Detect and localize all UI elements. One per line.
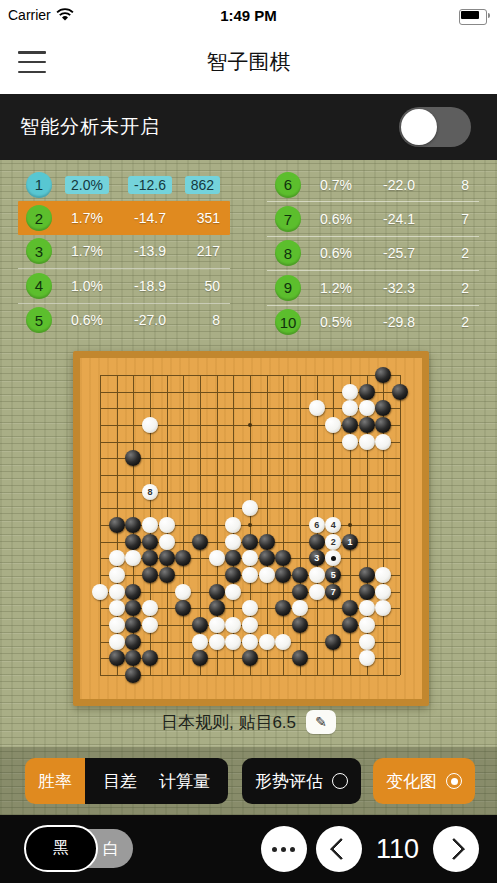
rank-badge: 5 (26, 307, 52, 333)
visits-value: 2 (431, 314, 479, 330)
stone-black (359, 584, 375, 600)
star-point (348, 523, 352, 527)
stone-black (292, 650, 308, 666)
stone-white (225, 534, 241, 550)
stone-white (375, 567, 391, 583)
menu-icon[interactable] (18, 51, 46, 73)
stone-black (309, 534, 325, 550)
visits-value: 217 (182, 243, 230, 259)
tab-win-rate[interactable]: 胜率 (25, 758, 85, 804)
analysis-row[interactable]: 21.7%-14.7351 (18, 201, 230, 234)
game-area: 12.0%-12.686221.7%-14.735131.7%-13.92174… (0, 160, 497, 815)
analysis-row[interactable]: 80.6%-25.72 (267, 236, 479, 270)
rank-badge: 7 (275, 206, 301, 232)
stone-white (242, 634, 258, 650)
winrate-value: 0.6% (305, 245, 367, 261)
stone-white (359, 650, 375, 666)
stone-black (359, 384, 375, 400)
stone-white (375, 600, 391, 616)
stone-white (142, 417, 158, 433)
toggle-knob (401, 109, 437, 145)
rank-badge: 8 (275, 240, 301, 266)
stone-white (342, 434, 358, 450)
bottom-bar: 白 黑 110 (0, 815, 497, 883)
stone-white (109, 567, 125, 583)
analysis-status-label: 智能分析未开启 (20, 114, 160, 140)
stone-white: 6 (309, 517, 325, 533)
stone-white (309, 400, 325, 416)
status-bar: Carrier 1:49 PM (0, 0, 497, 30)
winrate-value: 0.7% (305, 177, 367, 193)
stone-white (259, 634, 275, 650)
stone-white (375, 434, 391, 450)
stone-black (125, 534, 141, 550)
stone-white (342, 400, 358, 416)
stone-white (375, 584, 391, 600)
winrate-value: 0.6% (305, 211, 367, 227)
stone-black (359, 567, 375, 583)
stone-black (325, 634, 341, 650)
stone-white (242, 617, 258, 633)
stone-black (225, 567, 241, 583)
stone-white (242, 550, 258, 566)
stone-white (292, 600, 308, 616)
stone-black (292, 617, 308, 633)
analysis-banner: 智能分析未开启 (0, 94, 497, 160)
stone-white (309, 567, 325, 583)
stone-black (142, 534, 158, 550)
stone-black (259, 534, 275, 550)
stone-black (192, 650, 208, 666)
stone-black (125, 517, 141, 533)
stone-black (159, 567, 175, 583)
visits-value: 2 (431, 280, 479, 296)
stone-white (159, 534, 175, 550)
more-button[interactable] (261, 826, 307, 872)
edit-rules-button[interactable]: ✎ (306, 710, 336, 734)
rank-badge: 2 (26, 205, 52, 231)
rank-badge: 4 (26, 273, 52, 299)
score-value: -18.9 (118, 278, 182, 294)
nav-bar: 智子围棋 (0, 30, 497, 94)
stone-white (359, 434, 375, 450)
stone-black (342, 600, 358, 616)
stone-white (209, 617, 225, 633)
visits-value: 351 (182, 210, 230, 226)
analysis-row[interactable]: 41.0%-18.950 (18, 268, 230, 302)
winrate-value: 2.0% (56, 177, 118, 193)
stone-black (192, 534, 208, 550)
stone-black (359, 417, 375, 433)
stone-black (125, 667, 141, 683)
score-value: -29.8 (367, 314, 431, 330)
stone-black (192, 617, 208, 633)
stone-black (125, 584, 141, 600)
radio-on-icon (446, 773, 462, 789)
stone-white (242, 567, 258, 583)
star-point (248, 523, 252, 527)
stone-black (142, 550, 158, 566)
stone-white: 2 (325, 534, 341, 550)
analysis-row[interactable]: 100.5%-29.82 (267, 305, 479, 339)
stone-white (109, 584, 125, 600)
stone-white (109, 634, 125, 650)
stone-black (342, 417, 358, 433)
stone-black (392, 384, 408, 400)
stone-black (292, 567, 308, 583)
rank-badge: 1 (26, 172, 52, 198)
stone-white (225, 617, 241, 633)
app-window: Carrier 1:49 PM 智子围棋 智能分析未开启 12.0%-12.68… (0, 0, 497, 883)
stone-white (242, 600, 258, 616)
stone-black (175, 550, 191, 566)
clock: 1:49 PM (0, 7, 497, 24)
visits-value: 7 (431, 211, 479, 227)
segment-group: 目差 计算量 (85, 758, 228, 804)
stone-black: 7 (325, 584, 341, 600)
score-value: -25.7 (367, 245, 431, 261)
stone-black (125, 634, 141, 650)
stone-white (192, 634, 208, 650)
stone-black (259, 550, 275, 566)
stone-white (359, 400, 375, 416)
analysis-toggle[interactable] (399, 107, 471, 147)
winrate-value: 1.7% (56, 243, 118, 259)
stone-black (125, 600, 141, 616)
stone-black (242, 650, 258, 666)
chevron-left-icon (330, 838, 353, 861)
visits-value: 2 (431, 245, 479, 261)
stone-black (375, 367, 391, 383)
rank-badge: 6 (275, 172, 301, 198)
stone-black (275, 600, 291, 616)
stone-black (209, 600, 225, 616)
stone-black: 3 (309, 550, 325, 566)
star-point (248, 423, 252, 427)
analysis-col-0: 12.0%-12.686221.7%-14.735131.7%-13.92174… (18, 168, 230, 339)
stone-black (209, 584, 225, 600)
stone-white (225, 517, 241, 533)
stone-white (175, 584, 191, 600)
score-value: -32.3 (367, 280, 431, 296)
rank-badge: 3 (26, 238, 52, 264)
stone-black: 1 (342, 534, 358, 550)
analysis-row[interactable]: 91.2%-32.32 (267, 270, 479, 304)
stone-black: 5 (325, 567, 341, 583)
stone-white: 8 (142, 484, 158, 500)
winrate-value: 1.2% (305, 280, 367, 296)
stone-white (359, 617, 375, 633)
move-number: 110 (376, 834, 419, 865)
stone-white (359, 634, 375, 650)
stone-white (109, 617, 125, 633)
stone-black (175, 600, 191, 616)
stone-black (225, 550, 241, 566)
stone-white (209, 634, 225, 650)
tab-score-diff[interactable]: 目差 (103, 770, 137, 793)
score-value: -24.1 (367, 211, 431, 227)
stone-white (125, 550, 141, 566)
stone-white (142, 517, 158, 533)
stone-black (109, 517, 125, 533)
analysis-col-1: 60.7%-22.0870.6%-24.1780.6%-25.7291.2%-3… (267, 168, 479, 339)
stone-black (375, 400, 391, 416)
stone-white (225, 634, 241, 650)
prev-move-button[interactable] (316, 826, 362, 872)
visits-value: 862 (182, 177, 230, 193)
move-nav-controls: 110 (261, 826, 479, 872)
stone-black (125, 617, 141, 633)
white-side-label: 白 (103, 829, 119, 868)
position-eval-button[interactable]: 形势评估 (242, 758, 361, 804)
score-value: -12.6 (118, 177, 182, 193)
pencil-icon: ✎ (315, 714, 327, 730)
stone-white (259, 567, 275, 583)
winrate-value: 1.0% (56, 278, 118, 294)
winrate-value: 0.6% (56, 312, 118, 328)
radio-off-icon (332, 773, 348, 789)
stone-black (142, 650, 158, 666)
visits-value: 8 (182, 312, 230, 328)
black-side-selected: 黑 (24, 825, 98, 872)
stone-white (325, 550, 341, 566)
winrate-value: 0.5% (305, 314, 367, 330)
go-grid: 86421357 (100, 375, 400, 675)
analysis-row[interactable]: 31.7%-13.9217 (18, 235, 230, 268)
stone-white (209, 550, 225, 566)
stone-white (159, 517, 175, 533)
stone-white: 4 (325, 517, 341, 533)
stone-black (275, 567, 291, 583)
stone-black (342, 617, 358, 633)
stone-white (359, 600, 375, 616)
stone-black (242, 534, 258, 550)
stone-black (125, 450, 141, 466)
battery-icon (459, 9, 487, 25)
rank-badge: 10 (275, 309, 301, 335)
next-move-button[interactable] (433, 826, 479, 872)
score-value: -13.9 (118, 243, 182, 259)
stone-white (109, 550, 125, 566)
visits-value: 8 (431, 177, 479, 193)
visits-value: 50 (182, 278, 230, 294)
stone-white (142, 617, 158, 633)
analysis-row[interactable]: 70.6%-24.17 (267, 201, 479, 235)
page-title: 智子围棋 (207, 48, 291, 76)
rank-badge: 9 (275, 275, 301, 301)
stone-black (275, 550, 291, 566)
stone-white (242, 500, 258, 516)
stone-white (342, 384, 358, 400)
stone-black (109, 650, 125, 666)
stone-black (159, 550, 175, 566)
stone-white (325, 417, 341, 433)
side-toggle[interactable]: 白 黑 (27, 829, 133, 868)
candidate-move-table: 12.0%-12.686221.7%-14.735131.7%-13.92174… (0, 168, 497, 339)
score-value: -14.7 (118, 210, 182, 226)
ellipsis-icon (272, 847, 295, 852)
stone-white (309, 584, 325, 600)
chevron-right-icon (442, 838, 465, 861)
winrate-value: 1.7% (56, 210, 118, 226)
rules-row: 日本规则, 贴目6.5 ✎ (0, 710, 497, 734)
stone-white (225, 584, 241, 600)
analysis-row[interactable]: 60.7%-22.08 (267, 168, 479, 201)
variation-button[interactable]: 变化图 (373, 758, 475, 804)
stone-black (292, 584, 308, 600)
stone-black (142, 567, 158, 583)
analysis-row[interactable]: 50.6%-27.08 (18, 303, 230, 337)
score-value: -27.0 (118, 312, 182, 328)
stone-white (275, 634, 291, 650)
stone-white (142, 600, 158, 616)
rules-label: 日本规则, 贴目6.5 (161, 711, 296, 734)
go-board[interactable]: 86421357 (73, 351, 429, 706)
analysis-row[interactable]: 12.0%-12.6862 (18, 168, 230, 201)
stone-white (109, 600, 125, 616)
stone-white (92, 584, 108, 600)
toolbar-band: 胜率 目差 计算量 形势评估 变化图 (0, 747, 497, 815)
stone-black (125, 650, 141, 666)
stone-black (375, 417, 391, 433)
tab-computation[interactable]: 计算量 (159, 770, 210, 793)
score-value: -22.0 (367, 177, 431, 193)
